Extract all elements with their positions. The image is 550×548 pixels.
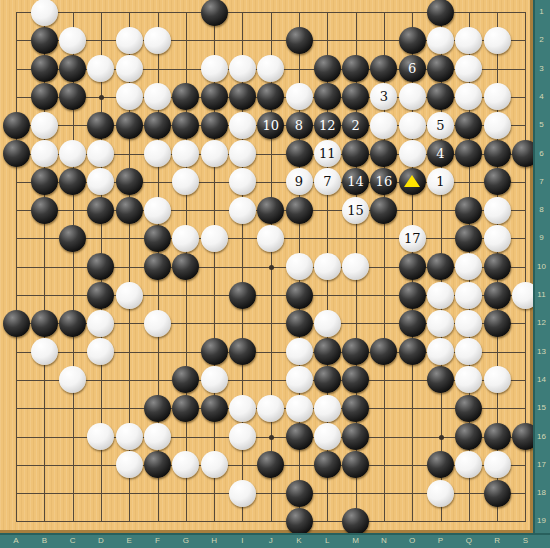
column-label-R: R	[489, 536, 505, 546]
black-stone-N3	[370, 55, 397, 82]
white-stone-Q17	[455, 451, 482, 478]
black-stone-Q6	[455, 140, 482, 167]
black-stone-P14	[427, 366, 454, 393]
move-number: 5	[436, 119, 444, 132]
white-stone-K15	[286, 395, 313, 422]
black-stone-N13	[370, 338, 397, 365]
black-stone-P4	[427, 83, 454, 110]
black-stone-B3	[31, 55, 58, 82]
white-stone-M10	[342, 253, 369, 280]
white-stone-R2	[484, 27, 511, 54]
move-number: 7	[323, 175, 331, 188]
move-number: 17	[404, 232, 421, 245]
white-stone-P7: 1	[427, 168, 454, 195]
column-label-G: G	[178, 536, 194, 546]
row-label-13: 13	[533, 347, 550, 357]
column-label-J: J	[263, 536, 279, 546]
white-stone-P2	[427, 27, 454, 54]
black-stone-N8	[370, 197, 397, 224]
black-stone-L5: 12	[314, 112, 341, 139]
column-label-C: C	[65, 536, 81, 546]
row-label-4: 4	[533, 92, 550, 102]
black-stone-K16	[286, 423, 313, 450]
black-stone-O13	[399, 338, 426, 365]
black-stone-C3	[59, 55, 86, 82]
black-stone-L4	[314, 83, 341, 110]
black-stone-M15	[342, 395, 369, 422]
grid-line	[16, 521, 526, 522]
white-stone-R4	[484, 83, 511, 110]
black-stone-K2	[286, 27, 313, 54]
black-stone-Q5	[455, 112, 482, 139]
black-stone-H5	[201, 112, 228, 139]
white-stone-N5	[370, 112, 397, 139]
black-stone-J17	[257, 451, 284, 478]
black-stone-Q15	[455, 395, 482, 422]
move-number: 16	[376, 175, 393, 188]
black-stone-O7	[399, 168, 426, 195]
black-stone-R16	[484, 423, 511, 450]
white-stone-I18	[229, 480, 256, 507]
black-stone-O2	[399, 27, 426, 54]
white-stone-R17	[484, 451, 511, 478]
white-stone-P11	[427, 282, 454, 309]
black-stone-G14	[172, 366, 199, 393]
white-stone-B13	[31, 338, 58, 365]
white-stone-K10	[286, 253, 313, 280]
column-label-M: M	[348, 536, 364, 546]
white-stone-Q2	[455, 27, 482, 54]
white-stone-D3	[87, 55, 114, 82]
star-point	[269, 265, 274, 270]
triangle-marker-icon	[404, 175, 420, 187]
black-stone-H1	[201, 0, 228, 26]
white-stone-I8	[229, 197, 256, 224]
black-stone-O3: 6	[399, 55, 426, 82]
black-stone-G15	[172, 395, 199, 422]
white-stone-G17	[172, 451, 199, 478]
white-stone-G9	[172, 225, 199, 252]
black-stone-J4	[257, 83, 284, 110]
white-stone-F4	[144, 83, 171, 110]
white-stone-O4	[399, 83, 426, 110]
black-stone-K6	[286, 140, 313, 167]
black-stone-Q16	[455, 423, 482, 450]
column-label-H: H	[206, 536, 222, 546]
white-stone-L16	[314, 423, 341, 450]
white-stone-B6	[31, 140, 58, 167]
white-stone-F6	[144, 140, 171, 167]
white-stone-Q11	[455, 282, 482, 309]
white-stone-M8: 15	[342, 197, 369, 224]
white-stone-I15	[229, 395, 256, 422]
white-stone-J3	[257, 55, 284, 82]
row-label-19: 19	[533, 516, 550, 526]
row-label-11: 11	[533, 290, 550, 300]
black-stone-P1	[427, 0, 454, 26]
white-stone-C6	[59, 140, 86, 167]
star-point	[439, 435, 444, 440]
black-stone-D11	[87, 282, 114, 309]
black-stone-N7: 16	[370, 168, 397, 195]
white-stone-C14	[59, 366, 86, 393]
white-stone-E11	[116, 282, 143, 309]
move-number: 11	[319, 147, 336, 160]
black-stone-G5	[172, 112, 199, 139]
black-stone-G10	[172, 253, 199, 280]
row-label-15: 15	[533, 403, 550, 413]
white-stone-E17	[116, 451, 143, 478]
black-stone-D10	[87, 253, 114, 280]
black-stone-D8	[87, 197, 114, 224]
white-stone-K13	[286, 338, 313, 365]
white-stone-I5	[229, 112, 256, 139]
row-label-3: 3	[533, 64, 550, 74]
white-stone-Q12	[455, 310, 482, 337]
white-stone-I16	[229, 423, 256, 450]
white-stone-L15	[314, 395, 341, 422]
black-stone-R18	[484, 480, 511, 507]
column-label-E: E	[121, 536, 137, 546]
column-label-Q: Q	[461, 536, 477, 546]
white-stone-D13	[87, 338, 114, 365]
white-stone-Q4	[455, 83, 482, 110]
white-stone-Q14	[455, 366, 482, 393]
black-stone-C12	[59, 310, 86, 337]
white-stone-H3	[201, 55, 228, 82]
white-stone-L12	[314, 310, 341, 337]
white-stone-F12	[144, 310, 171, 337]
white-stone-R14	[484, 366, 511, 393]
white-stone-F16	[144, 423, 171, 450]
move-number: 3	[380, 90, 388, 103]
white-stone-H17	[201, 451, 228, 478]
move-number: 6	[408, 62, 416, 75]
black-stone-G4	[172, 83, 199, 110]
black-stone-I4	[229, 83, 256, 110]
white-stone-O5	[399, 112, 426, 139]
white-stone-O9: 17	[399, 225, 426, 252]
white-stone-F2	[144, 27, 171, 54]
black-stone-M19	[342, 508, 369, 535]
black-stone-R7	[484, 168, 511, 195]
row-label-1: 1	[533, 7, 550, 17]
move-number: 14	[347, 175, 364, 188]
black-stone-M14	[342, 366, 369, 393]
column-label-A: A	[8, 536, 24, 546]
black-stone-L13	[314, 338, 341, 365]
star-point	[99, 95, 104, 100]
white-stone-B5	[31, 112, 58, 139]
white-stone-D16	[87, 423, 114, 450]
black-stone-I13	[229, 338, 256, 365]
go-board[interactable]: 61081224141635119711517	[0, 0, 533, 533]
black-stone-C4	[59, 83, 86, 110]
black-stone-L3	[314, 55, 341, 82]
white-stone-P13	[427, 338, 454, 365]
white-stone-E16	[116, 423, 143, 450]
black-stone-N6	[370, 140, 397, 167]
black-stone-H13	[201, 338, 228, 365]
move-number: 1	[436, 175, 444, 188]
black-stone-E5	[116, 112, 143, 139]
row-label-12: 12	[533, 318, 550, 328]
row-label-18: 18	[533, 488, 550, 498]
black-stone-P6: 4	[427, 140, 454, 167]
move-number: 15	[347, 204, 364, 217]
column-label-K: K	[291, 536, 307, 546]
column-label-F: F	[150, 536, 166, 546]
black-stone-E8	[116, 197, 143, 224]
black-stone-O11	[399, 282, 426, 309]
white-stone-P18	[427, 480, 454, 507]
row-label-10: 10	[533, 262, 550, 272]
black-stone-M13	[342, 338, 369, 365]
black-stone-B12	[31, 310, 58, 337]
black-stone-K11	[286, 282, 313, 309]
column-label-B: B	[36, 536, 52, 546]
column-label-D: D	[93, 536, 109, 546]
black-stone-R12	[484, 310, 511, 337]
star-point	[269, 435, 274, 440]
white-stone-H9	[201, 225, 228, 252]
row-label-16: 16	[533, 432, 550, 442]
white-stone-H6	[201, 140, 228, 167]
black-stone-K18	[286, 480, 313, 507]
black-stone-C9	[59, 225, 86, 252]
white-stone-G7	[172, 168, 199, 195]
white-stone-J9	[257, 225, 284, 252]
row-label-17: 17	[533, 460, 550, 470]
white-stone-F8	[144, 197, 171, 224]
black-stone-H15	[201, 395, 228, 422]
black-stone-M5: 2	[342, 112, 369, 139]
black-stone-O10	[399, 253, 426, 280]
black-stone-M3	[342, 55, 369, 82]
row-label-14: 14	[533, 375, 550, 385]
white-stone-N4: 3	[370, 83, 397, 110]
white-stone-G6	[172, 140, 199, 167]
move-number: 9	[295, 175, 303, 188]
black-stone-R10	[484, 253, 511, 280]
black-stone-B4	[31, 83, 58, 110]
column-label-I: I	[234, 536, 250, 546]
black-stone-A6	[3, 140, 30, 167]
white-stone-L7: 7	[314, 168, 341, 195]
black-stone-F15	[144, 395, 171, 422]
black-stone-K12	[286, 310, 313, 337]
white-stone-I7	[229, 168, 256, 195]
white-stone-I6	[229, 140, 256, 167]
white-stone-Q13	[455, 338, 482, 365]
white-stone-J15	[257, 395, 284, 422]
black-stone-P10	[427, 253, 454, 280]
black-stone-P3	[427, 55, 454, 82]
black-stone-L17	[314, 451, 341, 478]
black-stone-K5: 8	[286, 112, 313, 139]
white-stone-Q3	[455, 55, 482, 82]
white-stone-E2	[116, 27, 143, 54]
column-label-P: P	[433, 536, 449, 546]
row-label-5: 5	[533, 120, 550, 130]
go-diagram-screen: 61081224141635119711517 ABCDEFGHIJKLMNOP…	[0, 0, 550, 548]
column-label-L: L	[319, 536, 335, 546]
black-stone-K19	[286, 508, 313, 535]
black-stone-F9	[144, 225, 171, 252]
white-stone-D12	[87, 310, 114, 337]
black-stone-R6	[484, 140, 511, 167]
black-stone-B7	[31, 168, 58, 195]
column-label-O: O	[404, 536, 420, 546]
white-stone-L6: 11	[314, 140, 341, 167]
white-stone-R8	[484, 197, 511, 224]
white-stone-E4	[116, 83, 143, 110]
black-stone-D5	[87, 112, 114, 139]
black-stone-Q9	[455, 225, 482, 252]
black-stone-I11	[229, 282, 256, 309]
black-stone-K8	[286, 197, 313, 224]
white-stone-L10	[314, 253, 341, 280]
black-stone-B2	[31, 27, 58, 54]
white-stone-D6	[87, 140, 114, 167]
row-label-2: 2	[533, 35, 550, 45]
white-stone-R9	[484, 225, 511, 252]
black-stone-A12	[3, 310, 30, 337]
column-label-N: N	[376, 536, 392, 546]
black-stone-Q8	[455, 197, 482, 224]
white-stone-I3	[229, 55, 256, 82]
move-number: 4	[436, 147, 444, 160]
black-stone-F17	[144, 451, 171, 478]
white-stone-C2	[59, 27, 86, 54]
black-stone-R11	[484, 282, 511, 309]
row-label-9: 9	[533, 233, 550, 243]
move-number: 8	[295, 119, 303, 132]
black-stone-A5	[3, 112, 30, 139]
black-stone-J8	[257, 197, 284, 224]
black-stone-M16	[342, 423, 369, 450]
black-stone-M4	[342, 83, 369, 110]
white-stone-P5: 5	[427, 112, 454, 139]
black-stone-L14	[314, 366, 341, 393]
black-stone-C7	[59, 168, 86, 195]
white-stone-H14	[201, 366, 228, 393]
black-stone-M7: 14	[342, 168, 369, 195]
black-stone-E7	[116, 168, 143, 195]
white-stone-K4	[286, 83, 313, 110]
move-number: 12	[319, 119, 336, 132]
black-stone-M17	[342, 451, 369, 478]
black-stone-J5: 10	[257, 112, 284, 139]
white-stone-D7	[87, 168, 114, 195]
black-stone-H4	[201, 83, 228, 110]
black-stone-F5	[144, 112, 171, 139]
black-stone-B8	[31, 197, 58, 224]
move-number: 2	[351, 119, 359, 132]
white-stone-K14	[286, 366, 313, 393]
black-stone-M6	[342, 140, 369, 167]
row-label-6: 6	[533, 149, 550, 159]
white-stone-R5	[484, 112, 511, 139]
white-stone-Q10	[455, 253, 482, 280]
move-number: 10	[262, 119, 279, 132]
white-stone-K7: 9	[286, 168, 313, 195]
white-stone-B1	[31, 0, 58, 26]
column-label-S: S	[517, 536, 533, 546]
black-stone-P17	[427, 451, 454, 478]
black-stone-O12	[399, 310, 426, 337]
white-stone-P12	[427, 310, 454, 337]
black-stone-F10	[144, 253, 171, 280]
row-label-7: 7	[533, 177, 550, 187]
row-label-8: 8	[533, 205, 550, 215]
white-stone-E3	[116, 55, 143, 82]
white-stone-O6	[399, 140, 426, 167]
